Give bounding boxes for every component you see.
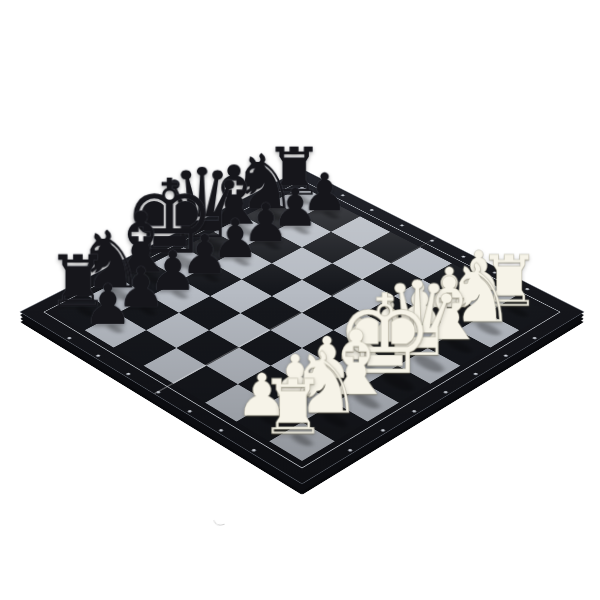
product-photo-scene: ♜♞♟♝♟♛♟♚♟♝♟♞♟♟♜♟♟♜♟♟♞♟♝♟♛♟♚♟♝♟♞♜: [0, 0, 600, 600]
white-rook-glyph: ♜: [228, 370, 357, 446]
perspective-container: ♜♞♟♝♟♛♟♚♟♝♟♞♟♟♜♟♟♜♟♟♞♟♝♟♛♟♚♟♝♟♞♜: [0, 0, 600, 600]
black-pawn-glyph: ♟: [48, 277, 169, 333]
chess-board: ♜♞♟♝♟♛♟♚♟♝♟♞♟♟♜♟♟♜♟♟♞♟♝♟♛♟♚♟♝♟♞♜: [19, 169, 585, 485]
